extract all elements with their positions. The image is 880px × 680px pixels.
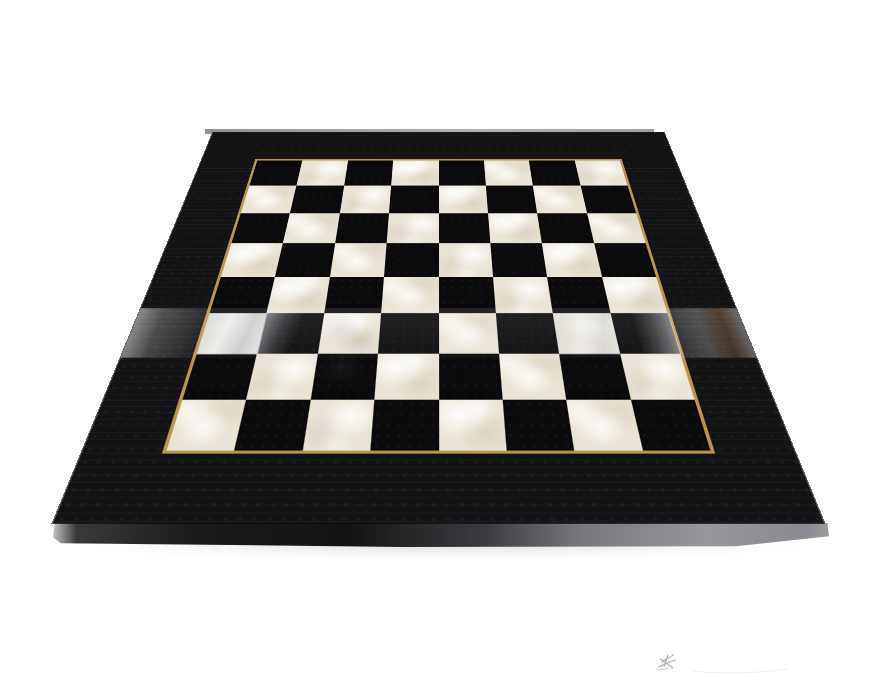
- square-h1: [630, 399, 710, 450]
- square-c3: [318, 313, 382, 354]
- square-h6: [587, 213, 646, 243]
- square-e4: [439, 277, 496, 314]
- square-b2: [247, 354, 318, 400]
- chessboard: [53, 132, 824, 523]
- square-h2: [620, 354, 695, 400]
- square-c7: [340, 186, 392, 214]
- square-h8: [574, 161, 627, 186]
- square-e1: [439, 399, 507, 450]
- square-c1: [303, 399, 375, 450]
- square-a5: [221, 243, 283, 276]
- square-c2: [311, 354, 379, 400]
- square-d4: [381, 277, 438, 314]
- square-a8: [249, 161, 302, 186]
- square-d8: [391, 161, 438, 186]
- square-f4: [493, 277, 553, 314]
- square-a3: [197, 313, 267, 354]
- square-g2: [559, 354, 630, 400]
- square-d5: [384, 243, 438, 276]
- square-g8: [529, 161, 580, 186]
- square-b4: [267, 277, 330, 314]
- square-a2: [183, 354, 258, 400]
- square-d2: [375, 354, 439, 400]
- square-b6: [283, 213, 339, 243]
- square-f2: [499, 354, 567, 400]
- square-d3: [378, 313, 438, 354]
- square-a4: [210, 277, 276, 314]
- square-b3: [257, 313, 324, 354]
- square-f8: [484, 161, 533, 186]
- square-e3: [439, 313, 499, 354]
- square-f5: [490, 243, 547, 276]
- square-h3: [610, 313, 680, 354]
- square-g3: [553, 313, 620, 354]
- square-f6: [488, 213, 542, 243]
- photo-smudge: [648, 645, 808, 675]
- square-a1: [167, 399, 247, 450]
- square-g7: [533, 186, 587, 214]
- square-f3: [496, 313, 560, 354]
- chessboard-scene: [0, 0, 880, 680]
- brass-trim-border: [162, 159, 715, 453]
- square-h5: [594, 243, 656, 276]
- square-b1: [235, 399, 311, 450]
- square-c6: [335, 213, 389, 243]
- square-b8: [297, 161, 348, 186]
- square-e6: [439, 213, 491, 243]
- square-g5: [542, 243, 602, 276]
- square-g4: [547, 277, 610, 314]
- square-f7: [486, 186, 538, 214]
- square-a7: [241, 186, 297, 214]
- square-d1: [371, 399, 439, 450]
- board-front-edge: [53, 523, 829, 547]
- board-grid: [167, 161, 711, 451]
- square-c4: [324, 277, 384, 314]
- square-b5: [275, 243, 335, 276]
- square-h4: [602, 277, 668, 314]
- square-h7: [580, 186, 636, 214]
- square-c5: [330, 243, 387, 276]
- square-c8: [344, 161, 393, 186]
- square-d7: [389, 186, 438, 214]
- square-g6: [537, 213, 593, 243]
- square-a6: [231, 213, 290, 243]
- square-e2: [439, 354, 503, 400]
- square-e5: [439, 243, 493, 276]
- square-b7: [290, 186, 344, 214]
- square-e7: [439, 186, 488, 214]
- product-photo: [0, 0, 880, 680]
- square-g1: [566, 399, 642, 450]
- square-f1: [502, 399, 574, 450]
- square-d6: [387, 213, 439, 243]
- square-e8: [439, 161, 486, 186]
